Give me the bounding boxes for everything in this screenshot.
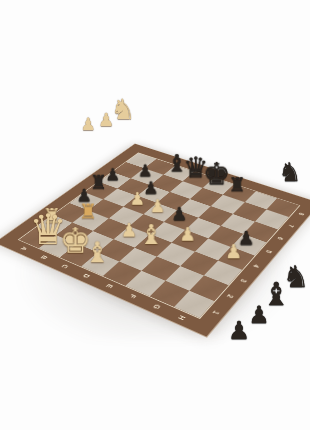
piece-white-bishop-d1[interactable]: ♝ (85, 240, 110, 267)
file-label-b: B (39, 254, 48, 259)
rank-label-6: 6 (276, 236, 284, 240)
piece-black-king-e8[interactable]: ♚ (203, 159, 231, 188)
file-label-c: C (60, 264, 69, 269)
piece-black-pawn-b7[interactable]: ♟ (137, 163, 152, 179)
rank-label-7: 7 (287, 224, 295, 228)
file-label-a: A (19, 246, 28, 251)
piece-black-rook-f8[interactable]: ♜ (228, 176, 246, 195)
rank-label-2: 2 (225, 293, 234, 298)
piece-white-pawn-h4[interactable]: ♟ (225, 242, 242, 260)
piece-white-bishop-e3[interactable]: ♝ (139, 222, 164, 248)
rank-label-8: 8 (297, 212, 305, 216)
rank-label-4: 4 (252, 263, 261, 268)
piece-black-pawn-e5[interactable]: ♟ (171, 205, 187, 222)
file-label-d: D (82, 273, 92, 279)
piece-white-pawn-d3[interactable]: ♟ (121, 221, 138, 239)
file-label-h: H (176, 314, 186, 321)
file-label-f: F (128, 293, 137, 299)
rank-label-5: 5 (264, 249, 273, 254)
chess-photo-scene: ♝♛♚♜♟♟♟♜♟♟♟♟♟♟♟♜♟♝♜♚♝ ABCDEFGH12345678 ♟… (0, 0, 310, 430)
file-label-e: E (104, 283, 114, 289)
rank-label-1: 1 (211, 310, 221, 316)
captured-black-knight[interactable]: ♞ (278, 160, 301, 185)
rank-label-3: 3 (239, 278, 248, 283)
file-label-g: G (151, 303, 161, 310)
square-d1[interactable]: ♝ (81, 252, 120, 276)
captured-black-pawn[interactable]: ♟ (228, 319, 250, 343)
captured-white-pawn[interactable]: ♟ (80, 116, 95, 132)
captured-white-queen[interactable]: ♛ (29, 210, 67, 250)
piece-white-pawn-c5[interactable]: ♟ (130, 190, 146, 207)
piece-black-rook-a5[interactable]: ♜ (90, 174, 108, 193)
captured-white-knight[interactable]: ♞ (110, 97, 135, 124)
captured-black-pawn[interactable]: ♟ (248, 304, 270, 327)
piece-white-pawn-d5[interactable]: ♟ (150, 197, 166, 214)
piece-black-pawn-c6[interactable]: ♟ (143, 179, 158, 195)
piece-white-pawn-f4[interactable]: ♟ (179, 225, 196, 243)
